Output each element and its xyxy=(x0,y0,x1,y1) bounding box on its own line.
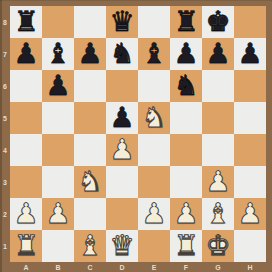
black-pawn: ♟ xyxy=(170,38,202,70)
square-d6[interactable] xyxy=(106,70,138,102)
square-h3[interactable] xyxy=(234,166,266,198)
square-f7[interactable]: ♟ xyxy=(170,38,202,70)
white-pawn: ♟ xyxy=(170,198,202,230)
square-d4[interactable]: ♟ xyxy=(106,134,138,166)
square-b3[interactable] xyxy=(42,166,74,198)
square-h8[interactable] xyxy=(234,6,266,38)
square-f1[interactable]: ♜ xyxy=(170,230,202,262)
square-c3[interactable]: ♞ xyxy=(74,166,106,198)
square-g1[interactable]: ♚ xyxy=(202,230,234,262)
square-c7[interactable]: ♟ xyxy=(74,38,106,70)
square-a6[interactable] xyxy=(10,70,42,102)
white-pawn: ♟ xyxy=(42,198,74,230)
black-bishop: ♝ xyxy=(42,38,74,70)
rank-label-2: 2 xyxy=(0,198,10,230)
square-c8[interactable] xyxy=(74,6,106,38)
square-a8[interactable]: ♜ xyxy=(10,6,42,38)
white-rook: ♜ xyxy=(10,230,42,262)
square-e4[interactable] xyxy=(138,134,170,166)
square-f6[interactable]: ♞ xyxy=(170,70,202,102)
white-rook: ♜ xyxy=(170,230,202,262)
file-label-h: H xyxy=(234,262,266,272)
white-pawn: ♟ xyxy=(234,198,266,230)
black-pawn: ♟ xyxy=(234,38,266,70)
square-e7[interactable]: ♝ xyxy=(138,38,170,70)
square-c5[interactable] xyxy=(74,102,106,134)
white-knight: ♞ xyxy=(74,166,106,198)
square-h6[interactable] xyxy=(234,70,266,102)
square-a1[interactable]: ♜ xyxy=(10,230,42,262)
square-c1[interactable]: ♝ xyxy=(74,230,106,262)
rank-label-1: 1 xyxy=(0,230,10,262)
black-pawn: ♟ xyxy=(10,38,42,70)
square-c4[interactable] xyxy=(74,134,106,166)
board-frame: ♜♛♜♚♟♝♟♞♝♟♟♟♟♞♟♞♟♞♟♟♟♟♟♝♟♜♝♛♜♚ 87654321 … xyxy=(0,0,272,272)
black-pawn: ♟ xyxy=(74,38,106,70)
square-d7[interactable]: ♞ xyxy=(106,38,138,70)
square-d8[interactable]: ♛ xyxy=(106,6,138,38)
file-label-c: C xyxy=(74,262,106,272)
white-pawn: ♟ xyxy=(10,198,42,230)
square-a3[interactable] xyxy=(10,166,42,198)
square-d1[interactable]: ♛ xyxy=(106,230,138,262)
square-a2[interactable]: ♟ xyxy=(10,198,42,230)
square-f5[interactable] xyxy=(170,102,202,134)
rank-label-6: 6 xyxy=(0,70,10,102)
square-b2[interactable]: ♟ xyxy=(42,198,74,230)
square-c6[interactable] xyxy=(74,70,106,102)
black-knight: ♞ xyxy=(106,38,138,70)
square-f2[interactable]: ♟ xyxy=(170,198,202,230)
file-label-b: B xyxy=(42,262,74,272)
file-label-a: A xyxy=(10,262,42,272)
square-a5[interactable] xyxy=(10,102,42,134)
square-e8[interactable] xyxy=(138,6,170,38)
black-pawn: ♟ xyxy=(202,38,234,70)
black-rook: ♜ xyxy=(170,6,202,38)
square-b4[interactable] xyxy=(42,134,74,166)
square-e6[interactable] xyxy=(138,70,170,102)
white-king: ♚ xyxy=(202,230,234,262)
white-pawn: ♟ xyxy=(106,134,138,166)
square-g7[interactable]: ♟ xyxy=(202,38,234,70)
square-h4[interactable] xyxy=(234,134,266,166)
square-a7[interactable]: ♟ xyxy=(10,38,42,70)
white-bishop: ♝ xyxy=(202,198,234,230)
square-e1[interactable] xyxy=(138,230,170,262)
rank-label-8: 8 xyxy=(0,6,10,38)
square-b6[interactable]: ♟ xyxy=(42,70,74,102)
square-f8[interactable]: ♜ xyxy=(170,6,202,38)
white-knight: ♞ xyxy=(138,102,170,134)
white-pawn: ♟ xyxy=(202,166,234,198)
white-bishop: ♝ xyxy=(74,230,106,262)
square-e3[interactable] xyxy=(138,166,170,198)
square-d2[interactable] xyxy=(106,198,138,230)
square-g2[interactable]: ♝ xyxy=(202,198,234,230)
file-label-g: G xyxy=(202,262,234,272)
rank-label-4: 4 xyxy=(0,134,10,166)
white-pawn: ♟ xyxy=(138,198,170,230)
black-pawn: ♟ xyxy=(42,70,74,102)
square-h7[interactable]: ♟ xyxy=(234,38,266,70)
file-label-e: E xyxy=(138,262,170,272)
square-e2[interactable]: ♟ xyxy=(138,198,170,230)
square-b7[interactable]: ♝ xyxy=(42,38,74,70)
square-a4[interactable] xyxy=(10,134,42,166)
file-label-d: D xyxy=(106,262,138,272)
file-label-f: F xyxy=(170,262,202,272)
rank-label-3: 3 xyxy=(0,166,10,198)
white-queen: ♛ xyxy=(106,230,138,262)
square-g8[interactable]: ♚ xyxy=(202,6,234,38)
square-d5[interactable]: ♟ xyxy=(106,102,138,134)
square-g5[interactable] xyxy=(202,102,234,134)
black-knight: ♞ xyxy=(170,70,202,102)
rank-label-7: 7 xyxy=(0,38,10,70)
square-g3[interactable]: ♟ xyxy=(202,166,234,198)
black-bishop: ♝ xyxy=(138,38,170,70)
square-d3[interactable] xyxy=(106,166,138,198)
square-e5[interactable]: ♞ xyxy=(138,102,170,134)
square-h1[interactable] xyxy=(234,230,266,262)
square-b8[interactable] xyxy=(42,6,74,38)
square-h2[interactable]: ♟ xyxy=(234,198,266,230)
square-g6[interactable] xyxy=(202,70,234,102)
square-f4[interactable] xyxy=(170,134,202,166)
rank-label-5: 5 xyxy=(0,102,10,134)
square-b5[interactable] xyxy=(42,102,74,134)
black-queen: ♛ xyxy=(106,6,138,38)
black-pawn: ♟ xyxy=(106,102,138,134)
square-c2[interactable] xyxy=(74,198,106,230)
chess-board: ♜♛♜♚♟♝♟♞♝♟♟♟♟♞♟♞♟♞♟♟♟♟♟♝♟♜♝♛♜♚ xyxy=(10,6,266,262)
black-king: ♚ xyxy=(202,6,234,38)
square-b1[interactable] xyxy=(42,230,74,262)
square-h5[interactable] xyxy=(234,102,266,134)
square-f3[interactable] xyxy=(170,166,202,198)
square-g4[interactable] xyxy=(202,134,234,166)
black-rook: ♜ xyxy=(10,6,42,38)
